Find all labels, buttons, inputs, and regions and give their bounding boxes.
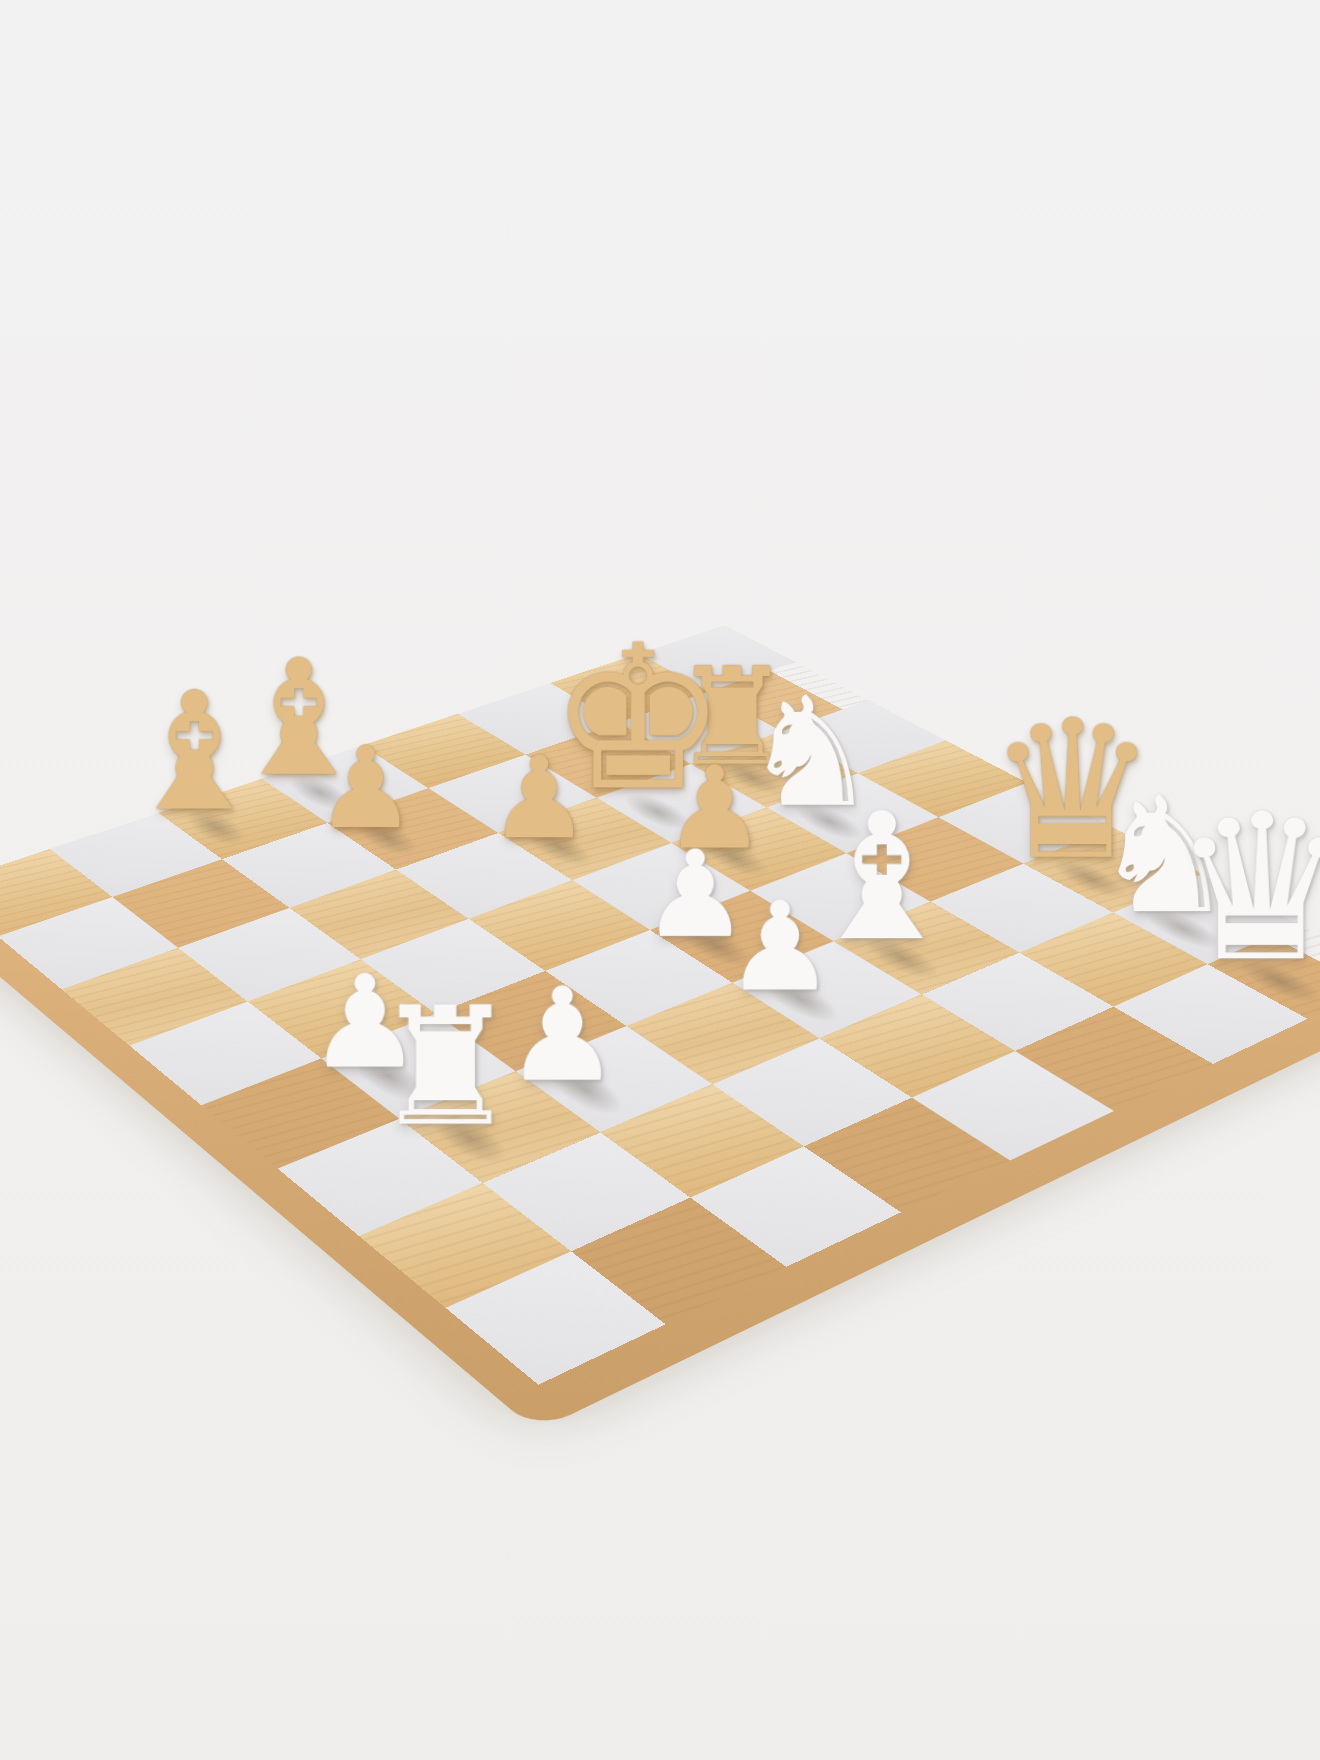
chess-set-photo: ♛♞♛♜♞♚♟♝♟♟♟♝♟♝♟♟♜: [0, 0, 1320, 1760]
board-grid: ♛♞♛♜♞♚♟♝♟♟♟♝♟♝♟♟♜: [0, 625, 1320, 1385]
white-queen-icon[interactable]: ♛: [1138, 787, 1320, 989]
white-rook-icon[interactable]: ♜: [312, 985, 581, 1148]
